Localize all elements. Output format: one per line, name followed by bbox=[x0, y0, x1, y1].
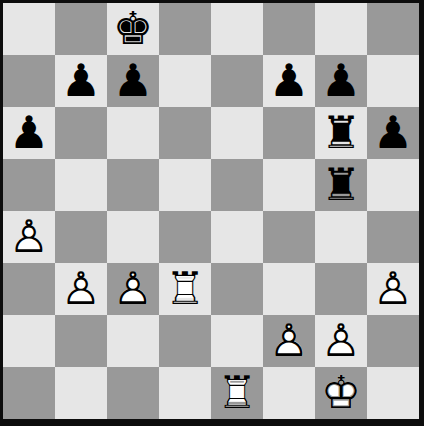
square-e5[interactable] bbox=[211, 159, 263, 211]
square-e3[interactable] bbox=[211, 263, 263, 315]
piece-black-pawn: ♟ bbox=[315, 55, 367, 107]
square-g5[interactable]: ♜ bbox=[315, 159, 367, 211]
piece-black-pawn: ♟ bbox=[263, 55, 315, 107]
square-f7[interactable]: ♟ bbox=[263, 55, 315, 107]
square-h5[interactable] bbox=[367, 159, 419, 211]
square-h3[interactable]: ♟♙ bbox=[367, 263, 419, 315]
square-f8[interactable] bbox=[263, 3, 315, 55]
square-e1[interactable]: ♜♖ bbox=[211, 367, 263, 419]
square-f1[interactable] bbox=[263, 367, 315, 419]
white-pawn-glyph: ♙ bbox=[315, 315, 367, 367]
square-g8[interactable] bbox=[315, 3, 367, 55]
square-d4[interactable] bbox=[159, 211, 211, 263]
white-pawn-glyph: ♙ bbox=[263, 315, 315, 367]
square-c7[interactable]: ♟ bbox=[107, 55, 159, 107]
square-b2[interactable] bbox=[55, 315, 107, 367]
square-h2[interactable] bbox=[367, 315, 419, 367]
square-f5[interactable] bbox=[263, 159, 315, 211]
square-e7[interactable] bbox=[211, 55, 263, 107]
square-a2[interactable] bbox=[3, 315, 55, 367]
square-c5[interactable] bbox=[107, 159, 159, 211]
piece-white-pawn: ♟♙ bbox=[107, 263, 159, 315]
square-a8[interactable] bbox=[3, 3, 55, 55]
piece-white-pawn: ♟♙ bbox=[55, 263, 107, 315]
square-d1[interactable] bbox=[159, 367, 211, 419]
square-c4[interactable] bbox=[107, 211, 159, 263]
white-pawn-glyph: ♙ bbox=[367, 263, 419, 315]
square-b3[interactable]: ♟♙ bbox=[55, 263, 107, 315]
square-g3[interactable] bbox=[315, 263, 367, 315]
square-c2[interactable] bbox=[107, 315, 159, 367]
piece-black-pawn: ♟ bbox=[367, 107, 419, 159]
square-g1[interactable]: ♚♔ bbox=[315, 367, 367, 419]
square-a7[interactable] bbox=[3, 55, 55, 107]
square-d2[interactable] bbox=[159, 315, 211, 367]
square-d5[interactable] bbox=[159, 159, 211, 211]
white-pawn-glyph: ♙ bbox=[55, 263, 107, 315]
square-g4[interactable] bbox=[315, 211, 367, 263]
square-e8[interactable] bbox=[211, 3, 263, 55]
square-g7[interactable]: ♟ bbox=[315, 55, 367, 107]
square-c6[interactable] bbox=[107, 107, 159, 159]
square-f3[interactable] bbox=[263, 263, 315, 315]
piece-white-rook: ♜♖ bbox=[159, 263, 211, 315]
square-g2[interactable]: ♟♙ bbox=[315, 315, 367, 367]
square-b6[interactable] bbox=[55, 107, 107, 159]
square-c1[interactable] bbox=[107, 367, 159, 419]
square-f2[interactable]: ♟♙ bbox=[263, 315, 315, 367]
square-f4[interactable] bbox=[263, 211, 315, 263]
square-a4[interactable]: ♟♙ bbox=[3, 211, 55, 263]
white-pawn-glyph: ♙ bbox=[3, 211, 55, 263]
black-pawn-glyph: ♟ bbox=[55, 55, 107, 107]
square-d3[interactable]: ♜♖ bbox=[159, 263, 211, 315]
square-e6[interactable] bbox=[211, 107, 263, 159]
square-b5[interactable] bbox=[55, 159, 107, 211]
square-a1[interactable] bbox=[3, 367, 55, 419]
square-h8[interactable] bbox=[367, 3, 419, 55]
square-d8[interactable] bbox=[159, 3, 211, 55]
square-h6[interactable]: ♟ bbox=[367, 107, 419, 159]
square-h1[interactable] bbox=[367, 367, 419, 419]
square-a3[interactable] bbox=[3, 263, 55, 315]
black-pawn-glyph: ♟ bbox=[107, 55, 159, 107]
white-king-glyph: ♔ bbox=[315, 367, 367, 419]
piece-black-pawn: ♟ bbox=[107, 55, 159, 107]
white-rook-glyph: ♖ bbox=[211, 367, 263, 419]
black-pawn-glyph: ♟ bbox=[315, 55, 367, 107]
square-b8[interactable] bbox=[55, 3, 107, 55]
square-c8[interactable]: ♚ bbox=[107, 3, 159, 55]
black-pawn-glyph: ♟ bbox=[263, 55, 315, 107]
piece-black-king: ♚ bbox=[107, 3, 159, 55]
black-pawn-glyph: ♟ bbox=[367, 107, 419, 159]
chess-board: ♚♟♟♟♟♟♜♟♜♟♙♟♙♟♙♜♖♟♙♟♙♟♙♜♖♚♔ bbox=[3, 3, 419, 419]
square-b7[interactable]: ♟ bbox=[55, 55, 107, 107]
square-b1[interactable] bbox=[55, 367, 107, 419]
piece-white-pawn: ♟♙ bbox=[315, 315, 367, 367]
square-h7[interactable] bbox=[367, 55, 419, 107]
square-d6[interactable] bbox=[159, 107, 211, 159]
square-b4[interactable] bbox=[55, 211, 107, 263]
piece-black-rook: ♜ bbox=[315, 159, 367, 211]
square-g6[interactable]: ♜ bbox=[315, 107, 367, 159]
square-a5[interactable] bbox=[3, 159, 55, 211]
piece-white-king: ♚♔ bbox=[315, 367, 367, 419]
piece-black-pawn: ♟ bbox=[3, 107, 55, 159]
square-e4[interactable] bbox=[211, 211, 263, 263]
piece-white-rook: ♜♖ bbox=[211, 367, 263, 419]
piece-black-rook: ♜ bbox=[315, 107, 367, 159]
piece-white-pawn: ♟♙ bbox=[3, 211, 55, 263]
square-d7[interactable] bbox=[159, 55, 211, 107]
square-a6[interactable]: ♟ bbox=[3, 107, 55, 159]
black-pawn-glyph: ♟ bbox=[3, 107, 55, 159]
square-h4[interactable] bbox=[367, 211, 419, 263]
white-rook-glyph: ♖ bbox=[159, 263, 211, 315]
white-pawn-glyph: ♙ bbox=[107, 263, 159, 315]
piece-white-pawn: ♟♙ bbox=[263, 315, 315, 367]
piece-black-pawn: ♟ bbox=[55, 55, 107, 107]
black-king-glyph: ♚ bbox=[107, 3, 159, 55]
square-f6[interactable] bbox=[263, 107, 315, 159]
chess-board-frame: ♚♟♟♟♟♟♜♟♜♟♙♟♙♟♙♜♖♟♙♟♙♟♙♜♖♚♔ bbox=[0, 0, 424, 426]
black-rook-glyph: ♜ bbox=[315, 107, 367, 159]
piece-white-pawn: ♟♙ bbox=[367, 263, 419, 315]
square-c3[interactable]: ♟♙ bbox=[107, 263, 159, 315]
square-e2[interactable] bbox=[211, 315, 263, 367]
black-rook-glyph: ♜ bbox=[315, 159, 367, 211]
